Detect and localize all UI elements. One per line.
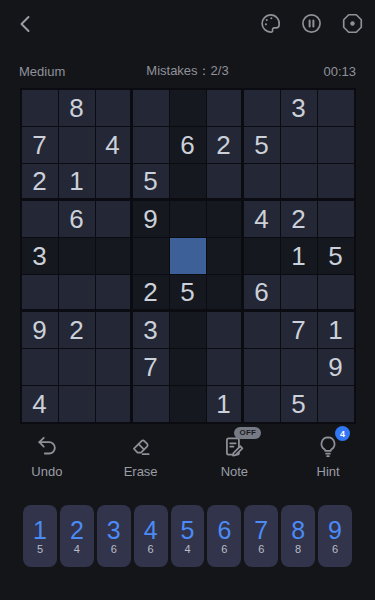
cell-r1c1[interactable] <box>22 90 58 126</box>
cell-r8c8[interactable] <box>281 349 317 385</box>
cell-r8c2[interactable] <box>59 349 95 385</box>
numpad-remaining-count: 6 <box>258 544 264 555</box>
cell-r6c3[interactable] <box>96 275 132 311</box>
cell-r1c6[interactable] <box>207 90 243 126</box>
cell-r8c9[interactable]: 9 <box>318 349 354 385</box>
cell-r9c4[interactable] <box>133 386 169 422</box>
cell-r9c5[interactable] <box>170 386 206 422</box>
cell-r6c8[interactable] <box>281 275 317 311</box>
cell-r7c1[interactable]: 9 <box>22 312 58 348</box>
cell-r9c7[interactable] <box>244 386 280 422</box>
cell-r7c5[interactable] <box>170 312 206 348</box>
cell-r5c9[interactable]: 5 <box>318 238 354 274</box>
cell-r1c4[interactable] <box>133 90 169 126</box>
cell-r2c7[interactable]: 5 <box>244 127 280 163</box>
note-button[interactable]: OFF Note <box>188 433 282 479</box>
numpad-digit: 2 <box>70 518 84 543</box>
sudoku-board: 837462521569423152569237179415 <box>20 88 356 424</box>
cell-r5c7[interactable] <box>244 238 280 274</box>
cell-r8c3[interactable] <box>96 349 132 385</box>
settings-button[interactable] <box>339 10 365 36</box>
numpad: 152436465466768896 <box>0 505 375 567</box>
cell-r6c6[interactable] <box>207 275 243 311</box>
numpad-remaining-count: 5 <box>37 544 43 555</box>
cell-r6c9[interactable] <box>318 275 354 311</box>
cell-r4c9[interactable] <box>318 201 354 237</box>
numpad-digit: 9 <box>328 518 342 543</box>
erase-button[interactable]: Erase <box>94 433 188 479</box>
cell-r4c4[interactable]: 9 <box>133 201 169 237</box>
cell-r6c4[interactable]: 2 <box>133 275 169 311</box>
cell-r3c3[interactable] <box>96 164 132 200</box>
cell-r2c4[interactable] <box>133 127 169 163</box>
numpad-digit: 5 <box>181 518 195 543</box>
cell-r4c8[interactable]: 2 <box>281 201 317 237</box>
cell-r9c3[interactable] <box>96 386 132 422</box>
cell-r1c9[interactable] <box>318 90 354 126</box>
hint-label: Hint <box>317 464 340 479</box>
cell-r3c5[interactable] <box>170 164 206 200</box>
cell-r3c6[interactable] <box>207 164 243 200</box>
cell-r1c5[interactable] <box>170 90 206 126</box>
undo-button[interactable]: Undo <box>0 433 94 479</box>
cell-r8c4[interactable]: 7 <box>133 349 169 385</box>
cell-r2c9[interactable] <box>318 127 354 163</box>
cell-r5c4[interactable] <box>133 238 169 274</box>
erase-label: Erase <box>124 464 158 479</box>
cell-r3c8[interactable] <box>281 164 317 200</box>
cell-r4c3[interactable] <box>96 201 132 237</box>
cell-r7c8[interactable]: 7 <box>281 312 317 348</box>
cell-r6c1[interactable] <box>22 275 58 311</box>
cell-r7c2[interactable]: 2 <box>59 312 95 348</box>
numpad-digit: 1 <box>33 518 47 543</box>
numpad-remaining-count: 6 <box>148 544 154 555</box>
cell-r4c5[interactable] <box>170 201 206 237</box>
numpad-key-5[interactable]: 54 <box>171 505 205 567</box>
cell-r9c9[interactable] <box>318 386 354 422</box>
numpad-digit: 6 <box>217 518 231 543</box>
palette-icon <box>259 12 282 35</box>
numpad-digit: 7 <box>254 518 268 543</box>
eraser-icon <box>129 434 153 458</box>
back-button[interactable] <box>12 10 40 38</box>
note-label: Note <box>221 464 248 479</box>
cell-r4c2[interactable]: 6 <box>59 201 95 237</box>
status-row: Medium Mistakes：2/3 00:13 <box>0 60 375 82</box>
cell-r9c8[interactable]: 5 <box>281 386 317 422</box>
cell-r5c8[interactable]: 1 <box>281 238 317 274</box>
cell-r9c2[interactable] <box>59 386 95 422</box>
numpad-digit: 4 <box>144 518 158 543</box>
note-off-badge: OFF <box>234 427 261 439</box>
numpad-key-2[interactable]: 24 <box>60 505 94 567</box>
cell-r4c6[interactable] <box>207 201 243 237</box>
numpad-key-4[interactable]: 46 <box>134 505 168 567</box>
numpad-remaining-count: 8 <box>295 544 301 555</box>
cell-r2c1[interactable]: 7 <box>22 127 58 163</box>
cell-r5c1[interactable]: 3 <box>22 238 58 274</box>
mistakes-counter: Mistakes：2/3 <box>0 62 375 80</box>
numpad-remaining-count: 6 <box>111 544 117 555</box>
pause-icon <box>300 12 323 35</box>
cell-r5c6[interactable] <box>207 238 243 274</box>
numpad-key-8[interactable]: 88 <box>281 505 315 567</box>
cell-r7c4[interactable]: 3 <box>133 312 169 348</box>
numpad-digit: 3 <box>107 518 121 543</box>
cell-r2c6[interactable]: 2 <box>207 127 243 163</box>
numpad-key-7[interactable]: 76 <box>244 505 278 567</box>
cell-r8c7[interactable] <box>244 349 280 385</box>
undo-label: Undo <box>31 464 62 479</box>
cell-r2c5[interactable]: 6 <box>170 127 206 163</box>
cell-r8c5[interactable] <box>170 349 206 385</box>
hint-count-badge: 4 <box>335 426 350 441</box>
theme-palette-button[interactable] <box>257 10 283 36</box>
undo-arrow-icon <box>35 434 59 458</box>
numpad-digit: 8 <box>291 518 305 543</box>
cell-r6c2[interactable] <box>59 275 95 311</box>
cell-r7c9[interactable]: 1 <box>318 312 354 348</box>
cell-r7c6[interactable] <box>207 312 243 348</box>
cell-r2c8[interactable] <box>281 127 317 163</box>
cell-r6c5[interactable]: 5 <box>170 275 206 311</box>
gear-icon <box>341 12 364 35</box>
numpad-remaining-count: 6 <box>332 544 338 555</box>
cell-r8c1[interactable] <box>22 349 58 385</box>
cell-r3c4[interactable]: 5 <box>133 164 169 200</box>
cell-r3c1[interactable]: 2 <box>22 164 58 200</box>
cell-r3c7[interactable] <box>244 164 280 200</box>
cell-r1c8[interactable]: 3 <box>281 90 317 126</box>
numpad-key-6[interactable]: 66 <box>207 505 241 567</box>
cell-r2c3[interactable]: 4 <box>96 127 132 163</box>
cell-r7c7[interactable] <box>244 312 280 348</box>
cell-r1c2[interactable]: 8 <box>59 90 95 126</box>
toolbar: Undo Erase OFF Note <box>0 433 375 479</box>
topbar <box>0 0 375 46</box>
chevron-left-icon <box>15 13 37 35</box>
cell-r8c6[interactable] <box>207 349 243 385</box>
cell-r2c2[interactable] <box>59 127 95 163</box>
cell-r5c3[interactable] <box>96 238 132 274</box>
numpad-remaining-count: 4 <box>74 544 80 555</box>
numpad-remaining-count: 6 <box>221 544 227 555</box>
cell-r1c7[interactable] <box>244 90 280 126</box>
cell-r3c2[interactable]: 1 <box>59 164 95 200</box>
cell-r1c3[interactable] <box>96 90 132 126</box>
hint-button[interactable]: 4 Hint <box>281 433 375 479</box>
numpad-key-9[interactable]: 96 <box>318 505 352 567</box>
cell-r4c1[interactable] <box>22 201 58 237</box>
cell-r3c9[interactable] <box>318 164 354 200</box>
cell-r9c1[interactable]: 4 <box>22 386 58 422</box>
cell-r6c7[interactable]: 6 <box>244 275 280 311</box>
numpad-remaining-count: 4 <box>184 544 190 555</box>
pause-button[interactable] <box>298 10 324 36</box>
cell-r9c6[interactable]: 1 <box>207 386 243 422</box>
cell-r4c7[interactable]: 4 <box>244 201 280 237</box>
numpad-key-3[interactable]: 36 <box>97 505 131 567</box>
cell-r5c5[interactable] <box>170 238 206 274</box>
cell-r5c2[interactable] <box>59 238 95 274</box>
numpad-key-1[interactable]: 15 <box>23 505 57 567</box>
cell-r7c3[interactable] <box>96 312 132 348</box>
